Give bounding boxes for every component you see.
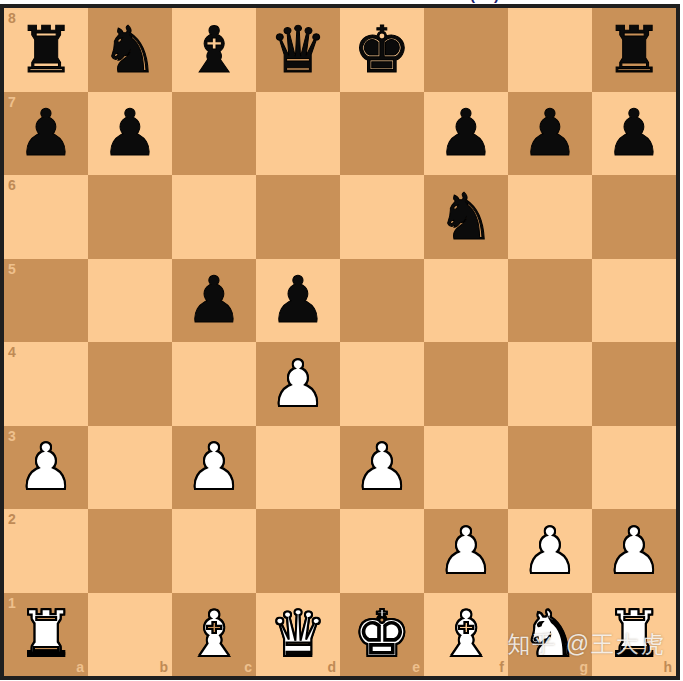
square-h3 bbox=[592, 426, 676, 510]
square-b1: b bbox=[88, 593, 172, 677]
square-h5 bbox=[592, 259, 676, 343]
square-a1: 1a♜ bbox=[4, 593, 88, 677]
square-h1: h♜ bbox=[592, 593, 676, 677]
square-f7: ♟ bbox=[424, 92, 508, 176]
white-king: ♚ bbox=[340, 593, 424, 677]
square-e6 bbox=[340, 175, 424, 259]
square-d3 bbox=[256, 426, 340, 510]
square-f5 bbox=[424, 259, 508, 343]
top-caption-fragment: (…) bbox=[0, 0, 683, 4]
square-d2 bbox=[256, 509, 340, 593]
square-f4 bbox=[424, 342, 508, 426]
square-b2 bbox=[88, 509, 172, 593]
square-g3 bbox=[508, 426, 592, 510]
black-pawn: ♟ bbox=[424, 92, 508, 176]
black-pawn: ♟ bbox=[88, 92, 172, 176]
square-h2: ♟ bbox=[592, 509, 676, 593]
square-c3: ♟ bbox=[172, 426, 256, 510]
chess-board: 8♜♞♝♛♚♜7♟♟♟♟♟6♞5♟♟4♟3♟♟♟2♟♟♟1a♜bc♝d♛e♚f♝… bbox=[0, 4, 680, 680]
square-c2 bbox=[172, 509, 256, 593]
square-g1: g♞ bbox=[508, 593, 592, 677]
square-f6: ♞ bbox=[424, 175, 508, 259]
square-b7: ♟ bbox=[88, 92, 172, 176]
square-h6 bbox=[592, 175, 676, 259]
black-bishop: ♝ bbox=[172, 8, 256, 92]
black-pawn: ♟ bbox=[4, 92, 88, 176]
square-g2: ♟ bbox=[508, 509, 592, 593]
square-e2 bbox=[340, 509, 424, 593]
square-a4: 4 bbox=[4, 342, 88, 426]
white-bishop: ♝ bbox=[424, 593, 508, 677]
square-a7: 7♟ bbox=[4, 92, 88, 176]
black-pawn: ♟ bbox=[592, 92, 676, 176]
black-queen: ♛ bbox=[256, 8, 340, 92]
white-queen: ♛ bbox=[256, 593, 340, 677]
top-caption-text: (…) bbox=[470, 0, 683, 3]
square-e7 bbox=[340, 92, 424, 176]
square-a3: 3♟ bbox=[4, 426, 88, 510]
white-knight: ♞ bbox=[508, 593, 592, 677]
square-c5: ♟ bbox=[172, 259, 256, 343]
rank-label-6: 6 bbox=[8, 178, 16, 192]
board-grid: 8♜♞♝♛♚♜7♟♟♟♟♟6♞5♟♟4♟3♟♟♟2♟♟♟1a♜bc♝d♛e♚f♝… bbox=[4, 8, 676, 676]
white-pawn: ♟ bbox=[4, 426, 88, 510]
black-knight: ♞ bbox=[424, 175, 508, 259]
square-d8: ♛ bbox=[256, 8, 340, 92]
square-f1: f♝ bbox=[424, 593, 508, 677]
square-e4 bbox=[340, 342, 424, 426]
square-b8: ♞ bbox=[88, 8, 172, 92]
black-pawn: ♟ bbox=[172, 259, 256, 343]
square-c1: c♝ bbox=[172, 593, 256, 677]
square-a6: 6 bbox=[4, 175, 88, 259]
black-king: ♚ bbox=[340, 8, 424, 92]
square-g4 bbox=[508, 342, 592, 426]
white-pawn: ♟ bbox=[508, 509, 592, 593]
square-e8: ♚ bbox=[340, 8, 424, 92]
white-pawn: ♟ bbox=[592, 509, 676, 593]
square-e1: e♚ bbox=[340, 593, 424, 677]
black-pawn: ♟ bbox=[508, 92, 592, 176]
white-pawn: ♟ bbox=[340, 426, 424, 510]
black-rook: ♜ bbox=[4, 8, 88, 92]
square-b3 bbox=[88, 426, 172, 510]
square-d4: ♟ bbox=[256, 342, 340, 426]
square-e5 bbox=[340, 259, 424, 343]
square-e3: ♟ bbox=[340, 426, 424, 510]
black-pawn: ♟ bbox=[256, 259, 340, 343]
white-bishop: ♝ bbox=[172, 593, 256, 677]
white-rook: ♜ bbox=[592, 593, 676, 677]
rank-label-2: 2 bbox=[8, 512, 16, 526]
white-pawn: ♟ bbox=[256, 342, 340, 426]
square-d6 bbox=[256, 175, 340, 259]
square-h8: ♜ bbox=[592, 8, 676, 92]
square-b4 bbox=[88, 342, 172, 426]
square-c8: ♝ bbox=[172, 8, 256, 92]
square-f2: ♟ bbox=[424, 509, 508, 593]
square-a5: 5 bbox=[4, 259, 88, 343]
black-rook: ♜ bbox=[592, 8, 676, 92]
square-c4 bbox=[172, 342, 256, 426]
file-label-b: b bbox=[159, 660, 168, 674]
square-d7 bbox=[256, 92, 340, 176]
square-g8 bbox=[508, 8, 592, 92]
square-b5 bbox=[88, 259, 172, 343]
white-pawn: ♟ bbox=[424, 509, 508, 593]
square-c6 bbox=[172, 175, 256, 259]
square-d1: d♛ bbox=[256, 593, 340, 677]
square-c7 bbox=[172, 92, 256, 176]
square-a2: 2 bbox=[4, 509, 88, 593]
square-d5: ♟ bbox=[256, 259, 340, 343]
square-a8: 8♜ bbox=[4, 8, 88, 92]
square-f3 bbox=[424, 426, 508, 510]
rank-label-5: 5 bbox=[8, 262, 16, 276]
square-g6 bbox=[508, 175, 592, 259]
page: (…) 8♜♞♝♛♚♜7♟♟♟♟♟6♞5♟♟4♟3♟♟♟2♟♟♟1a♜bc♝d♛… bbox=[0, 0, 683, 681]
square-h7: ♟ bbox=[592, 92, 676, 176]
square-f8 bbox=[424, 8, 508, 92]
rank-label-4: 4 bbox=[8, 345, 16, 359]
square-b6 bbox=[88, 175, 172, 259]
square-h4 bbox=[592, 342, 676, 426]
black-knight: ♞ bbox=[88, 8, 172, 92]
square-g5 bbox=[508, 259, 592, 343]
white-rook: ♜ bbox=[4, 593, 88, 677]
square-g7: ♟ bbox=[508, 92, 592, 176]
white-pawn: ♟ bbox=[172, 426, 256, 510]
